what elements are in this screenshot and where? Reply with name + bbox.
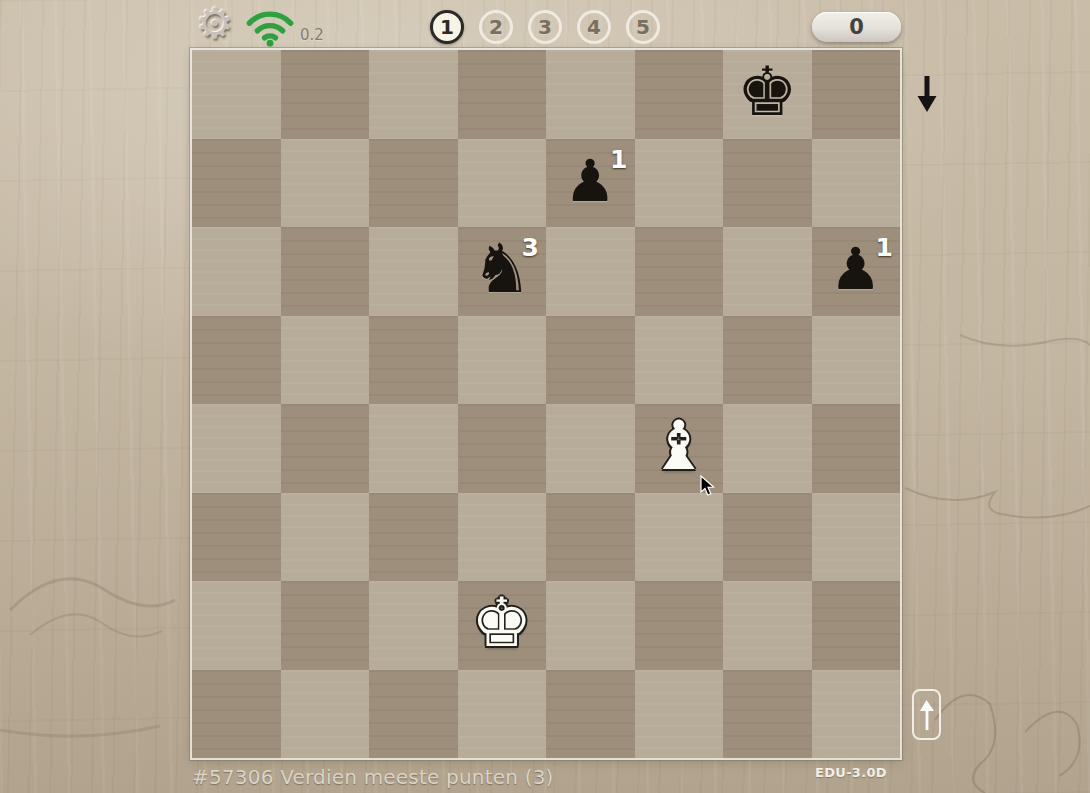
square-b5[interactable]: [281, 316, 370, 405]
square-b3[interactable]: [281, 493, 370, 582]
square-g5[interactable]: [723, 316, 812, 405]
square-a3[interactable]: [192, 493, 281, 582]
puzzle-title: #57306 Verdien meeste punten (3): [192, 765, 554, 789]
level-button-4[interactable]: 4: [577, 10, 611, 44]
square-a7[interactable]: [192, 139, 281, 228]
square-h5[interactable]: [812, 316, 901, 405]
square-e2[interactable]: [546, 581, 635, 670]
square-g2[interactable]: [723, 581, 812, 670]
square-c6[interactable]: [369, 227, 458, 316]
engine-version-label: EDU-3.0D: [815, 765, 887, 780]
square-f2[interactable]: [635, 581, 724, 670]
square-f8[interactable]: [635, 50, 724, 139]
square-c4[interactable]: [369, 404, 458, 493]
black-pawn-piece[interactable]: ♟: [830, 240, 882, 298]
score-value: 0: [849, 15, 864, 39]
square-d5[interactable]: [458, 316, 547, 405]
square-b2[interactable]: [281, 581, 370, 670]
square-a5[interactable]: [192, 316, 281, 405]
chess-board: ♚♟1♞3♟1♝♚: [192, 50, 900, 758]
square-h4[interactable]: [812, 404, 901, 493]
wifi-signal-icon: [243, 6, 297, 48]
square-e5[interactable]: [546, 316, 635, 405]
square-e7[interactable]: ♟1: [546, 139, 635, 228]
white-bishop-piece[interactable]: ♝: [648, 412, 709, 480]
square-f3[interactable]: [635, 493, 724, 582]
level-button-2[interactable]: 2: [479, 10, 513, 44]
square-b4[interactable]: [281, 404, 370, 493]
square-d7[interactable]: [458, 139, 547, 228]
black-king-piece[interactable]: ♚: [737, 58, 798, 126]
square-f1[interactable]: [635, 670, 724, 759]
square-e3[interactable]: [546, 493, 635, 582]
score-pill: 0: [812, 12, 901, 42]
square-g3[interactable]: [723, 493, 812, 582]
square-g8[interactable]: ♚: [723, 50, 812, 139]
scroll-up-button[interactable]: [912, 689, 941, 740]
square-c3[interactable]: [369, 493, 458, 582]
square-g4[interactable]: [723, 404, 812, 493]
square-a1[interactable]: [192, 670, 281, 759]
square-h2[interactable]: [812, 581, 901, 670]
square-a6[interactable]: [192, 227, 281, 316]
square-d6[interactable]: ♞3: [458, 227, 547, 316]
square-b1[interactable]: [281, 670, 370, 759]
up-arrow-icon: [917, 698, 936, 732]
square-c2[interactable]: [369, 581, 458, 670]
square-f5[interactable]: [635, 316, 724, 405]
square-c5[interactable]: [369, 316, 458, 405]
move-direction-down-icon: [913, 74, 941, 114]
app-window: ⚙ 0.2 12345 0 ♚♟1♞3♟1♝♚ #57306 Verdien m…: [0, 0, 1090, 793]
square-e1[interactable]: [546, 670, 635, 759]
square-a2[interactable]: [192, 581, 281, 670]
square-a8[interactable]: [192, 50, 281, 139]
square-d1[interactable]: [458, 670, 547, 759]
square-g1[interactable]: [723, 670, 812, 759]
square-e4[interactable]: [546, 404, 635, 493]
square-d4[interactable]: [458, 404, 547, 493]
settings-gear-icon[interactable]: ⚙: [196, 1, 234, 47]
square-d3[interactable]: [458, 493, 547, 582]
level-selector: 12345: [430, 10, 660, 44]
square-e8[interactable]: [546, 50, 635, 139]
level-button-3[interactable]: 3: [528, 10, 562, 44]
square-f6[interactable]: [635, 227, 724, 316]
square-b6[interactable]: [281, 227, 370, 316]
square-a4[interactable]: [192, 404, 281, 493]
square-g7[interactable]: [723, 139, 812, 228]
square-f7[interactable]: [635, 139, 724, 228]
square-c1[interactable]: [369, 670, 458, 759]
square-h8[interactable]: [812, 50, 901, 139]
square-b7[interactable]: [281, 139, 370, 228]
square-c8[interactable]: [369, 50, 458, 139]
black-knight-piece[interactable]: ♞: [471, 235, 532, 303]
square-b8[interactable]: [281, 50, 370, 139]
square-h3[interactable]: [812, 493, 901, 582]
level-button-5[interactable]: 5: [626, 10, 660, 44]
square-d2[interactable]: ♚: [458, 581, 547, 670]
square-d8[interactable]: [458, 50, 547, 139]
square-h6[interactable]: ♟1: [812, 227, 901, 316]
square-f4[interactable]: ♝: [635, 404, 724, 493]
square-e6[interactable]: [546, 227, 635, 316]
wifi-strength-label: 0.2: [300, 26, 324, 44]
black-pawn-piece[interactable]: ♟: [564, 152, 616, 210]
level-button-1[interactable]: 1: [430, 10, 464, 44]
square-c7[interactable]: [369, 139, 458, 228]
white-king-piece[interactable]: ♚: [471, 589, 532, 657]
wood-grain-decoration: [0, 540, 190, 793]
square-h1[interactable]: [812, 670, 901, 759]
square-h7[interactable]: [812, 139, 901, 228]
square-g6[interactable]: [723, 227, 812, 316]
